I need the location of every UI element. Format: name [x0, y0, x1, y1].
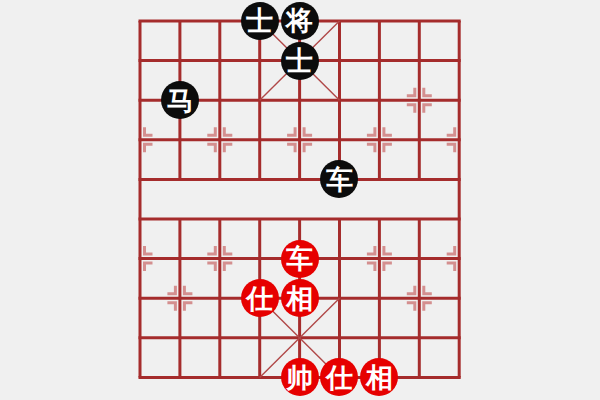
piece-black-chariot[interactable]: 车	[320, 160, 358, 198]
piece-black-advisor-2[interactable]: 士	[281, 42, 319, 80]
piece-red-chariot[interactable]: 车	[281, 240, 319, 278]
piece-black-general[interactable]: 将	[281, 2, 319, 40]
piece-red-advisor-2[interactable]: 仕	[320, 358, 358, 396]
piece-red-general[interactable]: 帅	[281, 358, 319, 396]
piece-red-elephant-1[interactable]: 相	[281, 279, 319, 317]
xiangqi-board: 士将士马车车仕相帅仕相	[0, 0, 600, 400]
piece-red-elephant-2[interactable]: 相	[360, 358, 398, 396]
pieces-layer: 士将士马车车仕相帅仕相	[120, 1, 479, 397]
piece-black-horse[interactable]: 马	[161, 81, 199, 119]
piece-red-advisor-1[interactable]: 仕	[241, 279, 279, 317]
piece-black-advisor-1[interactable]: 士	[241, 2, 279, 40]
